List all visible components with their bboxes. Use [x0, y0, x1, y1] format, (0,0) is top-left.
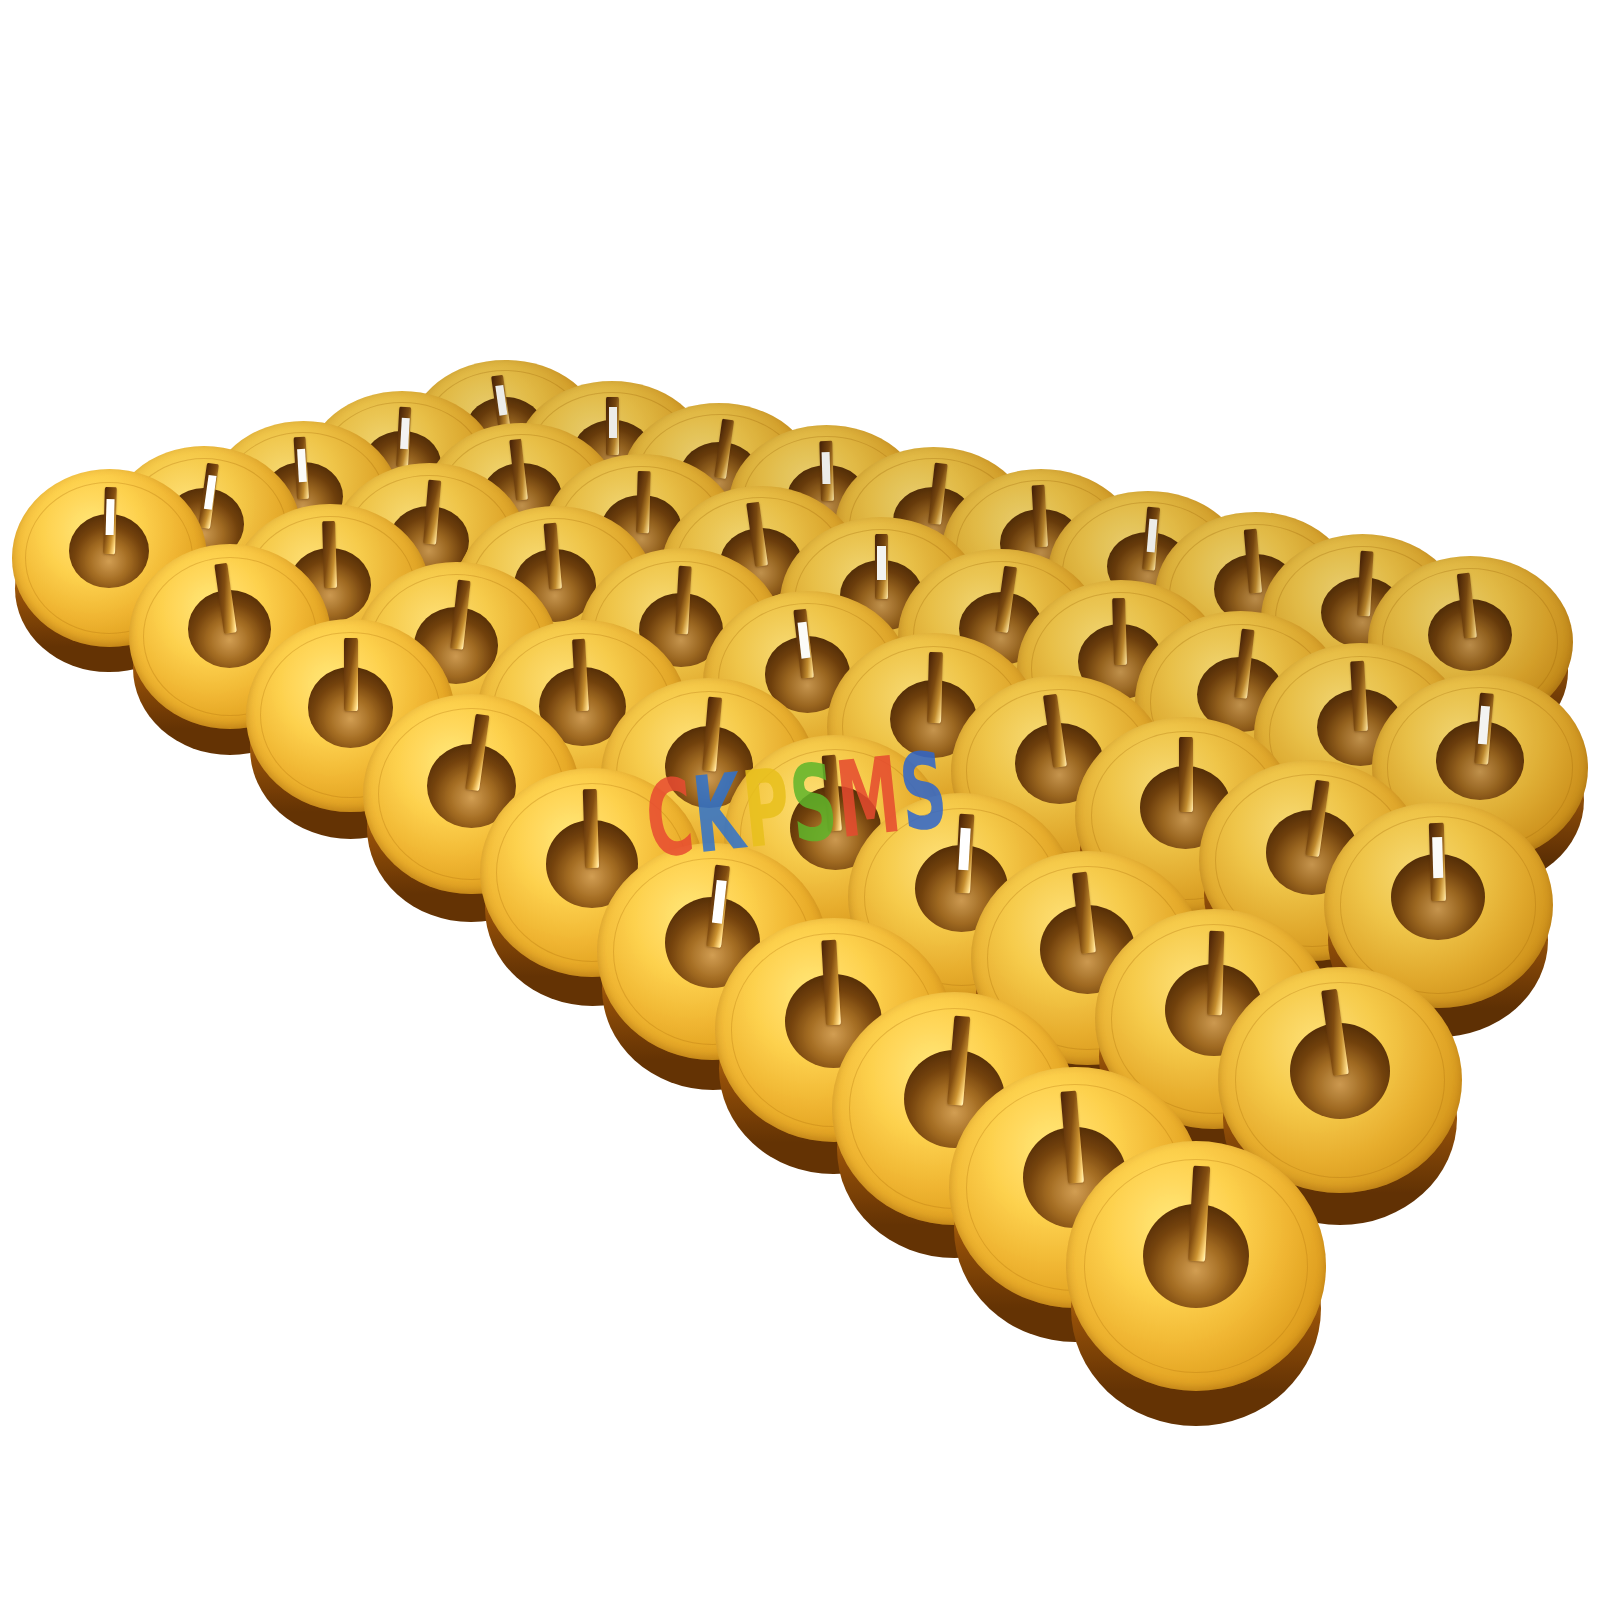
bobbin-slot-tab — [344, 638, 357, 711]
bobbin-slot-tab — [1179, 737, 1193, 812]
bobbin-thread — [1432, 837, 1443, 878]
bobbin-slot-tab — [927, 651, 943, 722]
product-photo: CKPSMS — [0, 0, 1600, 1600]
watermark-letter: M — [832, 743, 907, 854]
bobbin-thread — [877, 546, 886, 580]
bobbin-thread — [106, 499, 115, 535]
bobbin-thread — [822, 452, 831, 484]
bobbin-thread — [400, 418, 410, 450]
watermark: CKPSMS — [641, 738, 952, 874]
bobbin — [1066, 1141, 1326, 1391]
